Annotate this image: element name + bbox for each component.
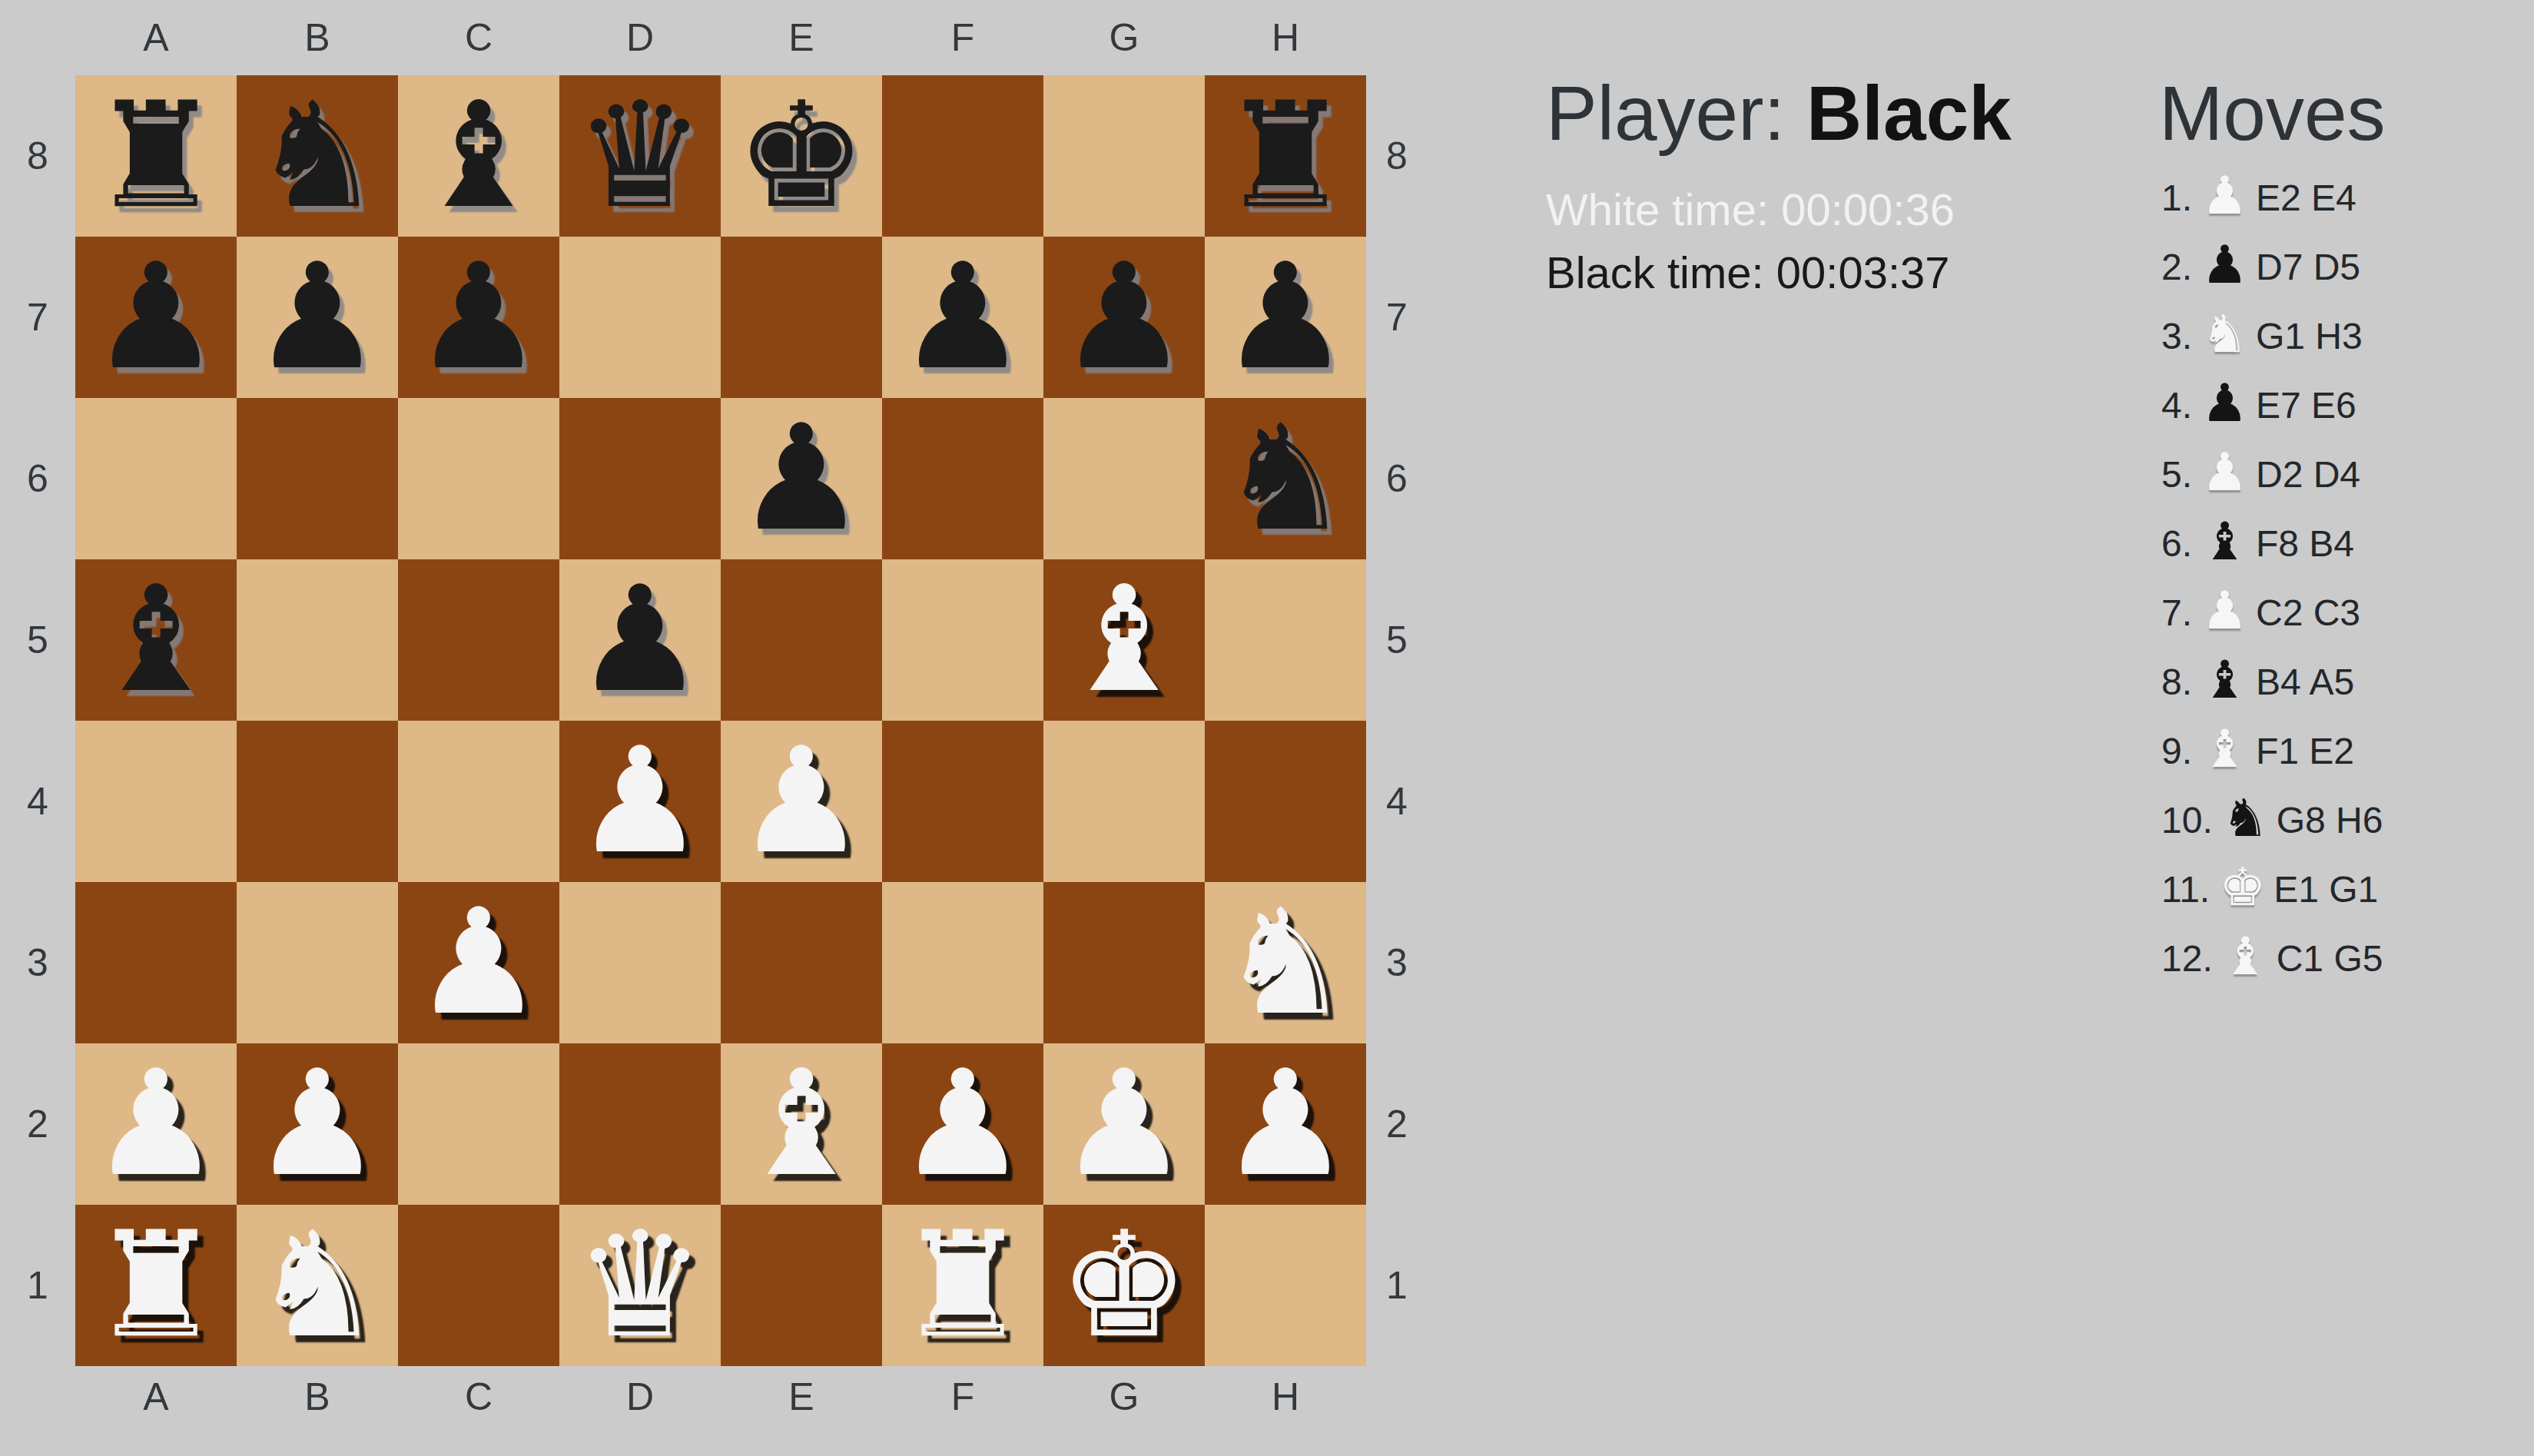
move-entry: 4.♟E7 E6: [2161, 370, 2383, 439]
square-a8[interactable]: ♜: [75, 75, 237, 237]
rank-label-right-7: 7: [1366, 237, 1428, 398]
rank-label-left-8: 8: [0, 75, 75, 237]
move-squares: C1 G5: [2277, 937, 2383, 980]
square-a7[interactable]: ♟: [75, 237, 237, 398]
move-number: 9.: [2161, 730, 2192, 772]
move-squares: G8 H6: [2277, 799, 2383, 841]
player-name: Black: [1806, 70, 2012, 156]
file-label-bottom-h: H: [1205, 1366, 1366, 1428]
black-pawn[interactable]: ♟: [252, 237, 383, 398]
black-knight-icon: ♞: [2222, 792, 2269, 844]
white-time-value: 00:00:36: [1781, 184, 1955, 234]
white-king[interactable]: ♚: [1059, 1205, 1189, 1366]
square-h3[interactable]: ♞: [1205, 882, 1366, 1043]
move-squares: G1 H3: [2256, 315, 2363, 357]
white-pawn-icon: ♟: [2201, 585, 2248, 637]
rank-labels-left: 87654321: [0, 75, 75, 1366]
file-label-bottom-g: G: [1043, 1366, 1205, 1428]
rank-label-left-2: 2: [0, 1043, 75, 1205]
square-b6[interactable]: [237, 398, 398, 559]
move-number: 2.: [2161, 246, 2192, 288]
white-time-label: White time:: [1546, 184, 1781, 234]
square-h8[interactable]: ♜: [1205, 75, 1366, 237]
move-entry: 6.♝F8 B4: [2161, 509, 2383, 578]
rank-label-right-4: 4: [1366, 721, 1428, 882]
file-label-bottom-f: F: [882, 1366, 1043, 1428]
black-bishop[interactable]: ♝: [413, 75, 544, 237]
square-e5[interactable]: [721, 559, 882, 721]
black-rook[interactable]: ♜: [91, 75, 221, 237]
move-squares: B4 A5: [2256, 661, 2354, 703]
file-label-top-f: F: [882, 0, 1043, 75]
square-a6[interactable]: [75, 398, 237, 559]
square-b4[interactable]: [237, 721, 398, 882]
rank-label-right-5: 5: [1366, 559, 1428, 721]
move-squares: F8 B4: [2256, 522, 2354, 565]
square-e1[interactable]: [721, 1205, 882, 1366]
rank-label-left-3: 3: [0, 882, 75, 1043]
move-squares: D2 D4: [2256, 453, 2360, 496]
rank-labels-right: 87654321: [1366, 75, 1428, 1366]
square-a3[interactable]: [75, 882, 237, 1043]
square-g5[interactable]: ♝: [1043, 559, 1205, 721]
white-pawn[interactable]: ♟: [91, 1043, 221, 1205]
white-pawn[interactable]: ♟: [413, 882, 544, 1043]
player-heading: Player: Black: [1546, 71, 2012, 155]
white-pawn[interactable]: ♟: [575, 721, 705, 882]
square-c2[interactable]: [398, 1043, 559, 1205]
square-f8[interactable]: [882, 75, 1043, 237]
white-bishop-icon: ♝: [2222, 930, 2269, 983]
move-number: 11.: [2161, 868, 2210, 910]
rank-label-right-6: 6: [1366, 398, 1428, 559]
black-bishop-icon: ♝: [2201, 516, 2248, 568]
square-d1[interactable]: ♛: [559, 1205, 721, 1366]
square-h6[interactable]: ♞: [1205, 398, 1366, 559]
square-f4[interactable]: [882, 721, 1043, 882]
black-bishop[interactable]: ♝: [91, 559, 221, 721]
black-time-value: 00:03:37: [1776, 247, 1950, 297]
square-b7[interactable]: ♟: [237, 237, 398, 398]
black-pawn[interactable]: ♟: [413, 237, 544, 398]
move-number: 6.: [2161, 522, 2192, 565]
black-queen[interactable]: ♛: [575, 75, 705, 237]
move-entry: 7.♟C2 C3: [2161, 578, 2383, 647]
black-pawn[interactable]: ♟: [736, 398, 867, 559]
square-h5[interactable]: [1205, 559, 1366, 721]
black-bishop-icon: ♝: [2201, 654, 2248, 706]
black-pawn[interactable]: ♟: [91, 237, 221, 398]
square-f3[interactable]: [882, 882, 1043, 1043]
move-entry: 1.♟E2 E4: [2161, 163, 2383, 232]
white-pawn[interactable]: ♟: [1220, 1043, 1351, 1205]
black-rook[interactable]: ♜: [1220, 75, 1351, 237]
black-pawn-icon: ♟: [2201, 377, 2248, 430]
move-squares: C2 C3: [2256, 592, 2360, 634]
move-squares: D7 D5: [2256, 246, 2360, 288]
square-h7[interactable]: ♟: [1205, 237, 1366, 398]
moves-title: Moves: [2159, 71, 2386, 155]
black-knight[interactable]: ♞: [1220, 398, 1351, 559]
square-b2[interactable]: ♟: [237, 1043, 398, 1205]
square-c4[interactable]: [398, 721, 559, 882]
black-pawn[interactable]: ♟: [575, 559, 705, 721]
white-knight[interactable]: ♞: [1220, 882, 1351, 1043]
square-c6[interactable]: [398, 398, 559, 559]
square-b1[interactable]: ♞: [237, 1205, 398, 1366]
square-e6[interactable]: ♟: [721, 398, 882, 559]
rank-label-left-6: 6: [0, 398, 75, 559]
square-h1[interactable]: [1205, 1205, 1366, 1366]
square-f2[interactable]: ♟: [882, 1043, 1043, 1205]
square-g4[interactable]: [1043, 721, 1205, 882]
square-g8[interactable]: [1043, 75, 1205, 237]
file-label-top-g: G: [1043, 0, 1205, 75]
file-label-bottom-a: A: [75, 1366, 237, 1428]
file-label-top-h: H: [1205, 0, 1366, 75]
square-b5[interactable]: [237, 559, 398, 721]
white-pawn[interactable]: ♟: [897, 1043, 1028, 1205]
file-label-top-a: A: [75, 0, 237, 75]
move-squares: E7 E6: [2256, 384, 2357, 426]
white-pawn[interactable]: ♟: [252, 1043, 383, 1205]
black-knight[interactable]: ♞: [252, 75, 383, 237]
square-b3[interactable]: [237, 882, 398, 1043]
file-label-top-b: B: [237, 0, 398, 75]
square-d4[interactable]: ♟: [559, 721, 721, 882]
move-entry: 9.♝F1 E2: [2161, 716, 2383, 785]
white-knight-icon: ♞: [2201, 308, 2248, 360]
square-e2[interactable]: ♝: [721, 1043, 882, 1205]
square-a4[interactable]: [75, 721, 237, 882]
move-entry: 5.♟D2 D4: [2161, 439, 2383, 509]
square-d6[interactable]: [559, 398, 721, 559]
file-label-top-e: E: [721, 0, 882, 75]
move-number: 5.: [2161, 453, 2192, 496]
square-c5[interactable]: [398, 559, 559, 721]
move-number: 12.: [2161, 937, 2213, 980]
black-time-label: Black time:: [1546, 247, 1776, 297]
file-label-bottom-c: C: [398, 1366, 559, 1428]
white-rook[interactable]: ♜: [897, 1205, 1028, 1366]
move-number: 8.: [2161, 661, 2192, 703]
square-e7[interactable]: [721, 237, 882, 398]
white-queen[interactable]: ♛: [575, 1205, 705, 1366]
move-number: 7.: [2161, 592, 2192, 634]
white-pawn[interactable]: ♟: [1059, 1043, 1189, 1205]
square-c3[interactable]: ♟: [398, 882, 559, 1043]
square-f5[interactable]: [882, 559, 1043, 721]
square-a5[interactable]: ♝: [75, 559, 237, 721]
white-pawn-icon: ♟: [2201, 170, 2248, 222]
rank-label-right-3: 3: [1366, 882, 1428, 1043]
square-f7[interactable]: ♟: [882, 237, 1043, 398]
move-number: 1.: [2161, 177, 2192, 219]
chess-board-area: ABCDEFGH ABCDEFGH 87654321 87654321 ♜♞♝♛…: [0, 0, 1440, 1456]
move-entry: 3.♞G1 H3: [2161, 301, 2383, 370]
square-e8[interactable]: ♚: [721, 75, 882, 237]
square-h2[interactable]: ♟: [1205, 1043, 1366, 1205]
file-label-top-c: C: [398, 0, 559, 75]
white-bishop[interactable]: ♝: [1059, 559, 1189, 721]
move-number: 10.: [2161, 799, 2213, 841]
square-g1[interactable]: ♚: [1043, 1205, 1205, 1366]
file-labels-bottom: ABCDEFGH: [75, 1366, 1366, 1428]
rank-label-right-1: 1: [1366, 1205, 1428, 1366]
move-squares: F1 E2: [2256, 730, 2354, 772]
move-number: 4.: [2161, 384, 2192, 426]
square-b8[interactable]: ♞: [237, 75, 398, 237]
rank-label-left-5: 5: [0, 559, 75, 721]
move-entry: 8.♝B4 A5: [2161, 647, 2383, 716]
square-g3[interactable]: [1043, 882, 1205, 1043]
square-g7[interactable]: ♟: [1043, 237, 1205, 398]
file-label-bottom-b: B: [237, 1366, 398, 1428]
move-squares: E1 G1: [2274, 868, 2378, 910]
square-g2[interactable]: ♟: [1043, 1043, 1205, 1205]
white-king-icon: ♚: [2219, 861, 2266, 914]
rank-label-right-2: 2: [1366, 1043, 1428, 1205]
black-pawn-icon: ♟: [2201, 239, 2248, 291]
square-d5[interactable]: ♟: [559, 559, 721, 721]
white-rook[interactable]: ♜: [91, 1205, 221, 1366]
square-a2[interactable]: ♟: [75, 1043, 237, 1205]
square-d2[interactable]: [559, 1043, 721, 1205]
square-g6[interactable]: [1043, 398, 1205, 559]
square-c8[interactable]: ♝: [398, 75, 559, 237]
white-knight[interactable]: ♞: [252, 1205, 383, 1366]
file-labels-top: ABCDEFGH: [75, 0, 1366, 75]
rank-label-left-4: 4: [0, 721, 75, 882]
move-entry: 12.♝C1 G5: [2161, 924, 2383, 993]
square-h4[interactable]: [1205, 721, 1366, 882]
square-c7[interactable]: ♟: [398, 237, 559, 398]
black-pawn[interactable]: ♟: [1059, 237, 1189, 398]
player-label: Player:: [1546, 70, 1806, 156]
rank-label-right-8: 8: [1366, 75, 1428, 237]
square-d7[interactable]: [559, 237, 721, 398]
move-squares: E2 E4: [2256, 177, 2357, 219]
rank-label-left-7: 7: [0, 237, 75, 398]
white-bishop[interactable]: ♝: [736, 1043, 867, 1205]
square-d3[interactable]: [559, 882, 721, 1043]
square-a1[interactable]: ♜: [75, 1205, 237, 1366]
square-d8[interactable]: ♛: [559, 75, 721, 237]
square-f1[interactable]: ♜: [882, 1205, 1043, 1366]
white-time: White time: 00:00:36: [1546, 183, 1955, 237]
file-label-top-d: D: [559, 0, 721, 75]
black-time: Black time: 00:03:37: [1546, 246, 1950, 300]
square-f6[interactable]: [882, 398, 1043, 559]
move-entry: 10.♞G8 H6: [2161, 785, 2383, 854]
moves-list: 1.♟E2 E42.♟D7 D53.♞G1 H34.♟E7 E65.♟D2 D4…: [2161, 163, 2383, 993]
file-label-bottom-d: D: [559, 1366, 721, 1428]
white-pawn-icon: ♟: [2201, 446, 2248, 499]
black-pawn[interactable]: ♟: [897, 237, 1028, 398]
chess-board[interactable]: ♜♞♝♛♚♜♟♟♟♟♟♟♟♞♝♟♝♟♟♟♞♟♟♝♟♟♟♜♞♛♜♚: [75, 75, 1366, 1366]
file-label-bottom-e: E: [721, 1366, 882, 1428]
square-e3[interactable]: [721, 882, 882, 1043]
square-c1[interactable]: [398, 1205, 559, 1366]
move-number: 3.: [2161, 315, 2192, 357]
rank-label-left-1: 1: [0, 1205, 75, 1366]
white-pawn[interactable]: ♟: [736, 721, 867, 882]
move-entry: 2.♟D7 D5: [2161, 232, 2383, 301]
square-e4[interactable]: ♟: [721, 721, 882, 882]
white-bishop-icon: ♝: [2201, 723, 2248, 775]
black-king[interactable]: ♚: [736, 75, 867, 237]
black-pawn[interactable]: ♟: [1220, 237, 1351, 398]
move-entry: 11.♚E1 G1: [2161, 854, 2383, 924]
